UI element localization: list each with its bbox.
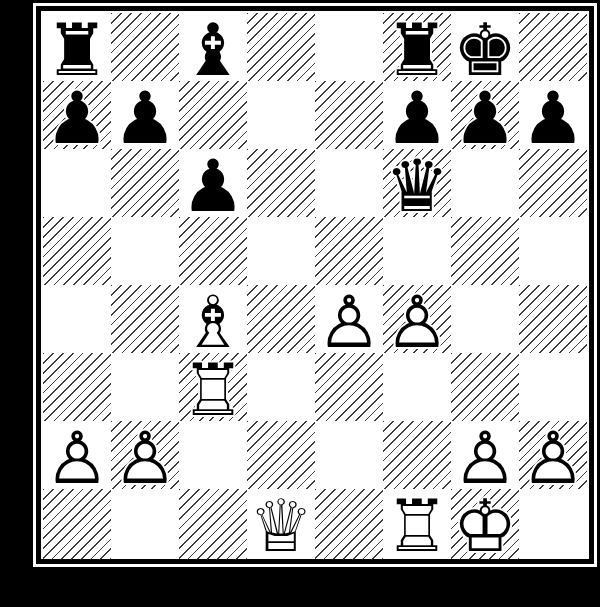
white-pawn-icon: ♙ (521, 422, 586, 494)
board-outer-margin: ♜♜♝♝♜♜♚♚♟♟♟♟♟♟♟♟♟♟♟♟♛♛♝♗♟♙♟♙♜♖♟♙♟♙♟♙♟♙♛♕… (33, 3, 597, 567)
square-a3[interactable] (43, 353, 111, 421)
square-f4[interactable]: ♟♙ (383, 285, 451, 353)
piece-white-queen[interactable]: ♛♕ (247, 489, 315, 557)
black-pawn-icon: ♟ (521, 82, 586, 154)
square-d6[interactable] (247, 149, 315, 217)
square-d2[interactable] (247, 421, 315, 489)
square-d4[interactable] (247, 285, 315, 353)
square-d1[interactable]: ♛♕ (247, 489, 315, 557)
piece-white-king[interactable]: ♚♔ (451, 489, 519, 557)
piece-white-pawn[interactable]: ♟♙ (519, 421, 587, 489)
piece-black-pawn[interactable]: ♟♟ (451, 81, 519, 149)
square-h5[interactable] (519, 217, 587, 285)
square-b2[interactable]: ♟♙ (111, 421, 179, 489)
square-g5[interactable] (451, 217, 519, 285)
piece-black-pawn[interactable]: ♟♟ (43, 81, 111, 149)
white-pawn-icon: ♙ (113, 422, 178, 494)
square-h3[interactable] (519, 353, 587, 421)
square-e4[interactable]: ♟♙ (315, 285, 383, 353)
square-d8[interactable] (247, 13, 315, 81)
piece-white-rook[interactable]: ♜♖ (179, 353, 247, 421)
piece-white-pawn[interactable]: ♟♙ (111, 421, 179, 489)
square-g3[interactable] (451, 353, 519, 421)
square-c4[interactable]: ♝♗ (179, 285, 247, 353)
square-e6[interactable] (315, 149, 383, 217)
square-e7[interactable] (315, 81, 383, 149)
white-king-icon: ♔ (453, 490, 518, 562)
square-a4[interactable] (43, 285, 111, 353)
piece-black-pawn[interactable]: ♟♟ (519, 81, 587, 149)
piece-black-pawn[interactable]: ♟♟ (111, 81, 179, 149)
piece-black-bishop[interactable]: ♝♝ (179, 13, 247, 81)
black-pawn-icon: ♟ (45, 82, 110, 154)
piece-black-king[interactable]: ♚♚ (451, 13, 519, 81)
square-b3[interactable] (111, 353, 179, 421)
square-g1[interactable]: ♚♔ (451, 489, 519, 557)
square-h2[interactable]: ♟♙ (519, 421, 587, 489)
square-f6[interactable]: ♛♛ (383, 149, 451, 217)
white-queen-icon: ♕ (249, 490, 314, 562)
square-g8[interactable]: ♚♚ (451, 13, 519, 81)
square-d7[interactable] (247, 81, 315, 149)
square-f2[interactable] (383, 421, 451, 489)
square-c3[interactable]: ♜♖ (179, 353, 247, 421)
square-e5[interactable] (315, 217, 383, 285)
square-h7[interactable]: ♟♟ (519, 81, 587, 149)
square-b4[interactable] (111, 285, 179, 353)
square-c8[interactable]: ♝♝ (179, 13, 247, 81)
white-rook-icon: ♖ (385, 490, 450, 562)
white-pawn-icon: ♙ (317, 286, 382, 358)
square-a8[interactable]: ♜♜ (43, 13, 111, 81)
square-f7[interactable]: ♟♟ (383, 81, 451, 149)
piece-white-pawn[interactable]: ♟♙ (383, 285, 451, 353)
black-pawn-icon: ♟ (453, 82, 518, 154)
piece-black-rook[interactable]: ♜♜ (43, 13, 111, 81)
page-background: { "game": "chess", "position": { "fen": … (0, 0, 600, 607)
piece-white-pawn[interactable]: ♟♙ (451, 421, 519, 489)
piece-black-queen[interactable]: ♛♛ (383, 149, 451, 217)
black-pawn-icon: ♟ (181, 150, 246, 222)
square-e8[interactable] (315, 13, 383, 81)
piece-white-pawn[interactable]: ♟♙ (43, 421, 111, 489)
square-f1[interactable]: ♜♖ (383, 489, 451, 557)
board-frame: ♜♜♝♝♜♜♚♚♟♟♟♟♟♟♟♟♟♟♟♟♛♛♝♗♟♙♟♙♜♖♟♙♟♙♟♙♟♙♛♕… (36, 6, 594, 564)
square-a7[interactable]: ♟♟ (43, 81, 111, 149)
square-g7[interactable]: ♟♟ (451, 81, 519, 149)
white-pawn-icon: ♙ (385, 286, 450, 358)
black-bishop-icon: ♝ (181, 14, 246, 86)
square-b8[interactable] (111, 13, 179, 81)
square-c1[interactable] (179, 489, 247, 557)
piece-black-pawn[interactable]: ♟♟ (383, 81, 451, 149)
piece-white-pawn[interactable]: ♟♙ (315, 285, 383, 353)
piece-black-pawn[interactable]: ♟♟ (179, 149, 247, 217)
square-d3[interactable] (247, 353, 315, 421)
square-f8[interactable]: ♜♜ (383, 13, 451, 81)
square-a5[interactable] (43, 217, 111, 285)
black-queen-icon: ♛ (385, 150, 450, 222)
piece-white-rook[interactable]: ♜♖ (383, 489, 451, 557)
square-b7[interactable]: ♟♟ (111, 81, 179, 149)
white-pawn-icon: ♙ (45, 422, 110, 494)
piece-white-bishop[interactable]: ♝♗ (179, 285, 247, 353)
white-rook-icon: ♖ (181, 354, 246, 426)
chess-board: ♜♜♝♝♜♜♚♚♟♟♟♟♟♟♟♟♟♟♟♟♛♛♝♗♟♙♟♙♜♖♟♙♟♙♟♙♟♙♛♕… (43, 13, 587, 557)
square-a2[interactable]: ♟♙ (43, 421, 111, 489)
black-pawn-icon: ♟ (113, 82, 178, 154)
piece-black-rook[interactable]: ♜♜ (383, 13, 451, 81)
square-h4[interactable] (519, 285, 587, 353)
square-h8[interactable] (519, 13, 587, 81)
square-e1[interactable] (315, 489, 383, 557)
square-e2[interactable] (315, 421, 383, 489)
square-b5[interactable] (111, 217, 179, 285)
square-g2[interactable]: ♟♙ (451, 421, 519, 489)
square-c6[interactable]: ♟♟ (179, 149, 247, 217)
square-d5[interactable] (247, 217, 315, 285)
square-g4[interactable] (451, 285, 519, 353)
